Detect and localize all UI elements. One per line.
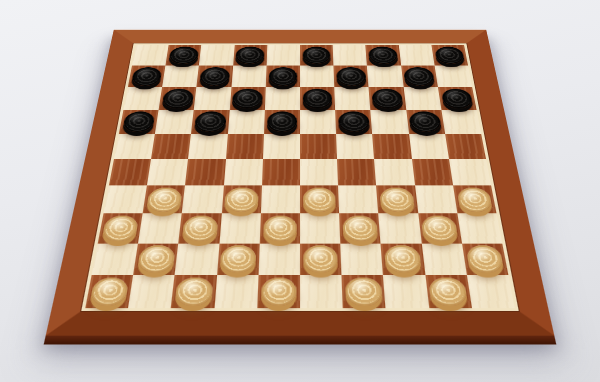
light-square: [261, 186, 300, 214]
light-square: [162, 66, 199, 88]
black-piece[interactable]: ⛂: [441, 89, 474, 108]
light-square: [338, 186, 378, 214]
square-39[interactable]: ⛀: [339, 214, 381, 244]
square-22[interactable]: [226, 134, 264, 159]
light-square: [379, 214, 422, 244]
square-24[interactable]: [372, 134, 411, 159]
white-piece[interactable]: ⛀: [384, 246, 421, 273]
black-piece[interactable]: ⛂: [338, 112, 370, 132]
square-41[interactable]: ⛀: [133, 243, 178, 274]
light-square: [128, 275, 175, 308]
square-18[interactable]: ⛂: [264, 110, 300, 134]
perspective-scene: ⛂⛂⛂⛂⛂⛂⛂⛂⛂⛂⛂⛂⛂⛂⛂⛂⛂⛂⛂⛂⛀⛀⛀⛀⛀⛀⛀⛀⛀⛀⛀⛀⛀⛀⛀⛀⛀⛀⛀⛀: [0, 0, 600, 382]
light-square: [188, 134, 227, 159]
light-square: [300, 110, 336, 134]
black-piece[interactable]: ⛂: [409, 112, 442, 132]
light-square: [434, 66, 472, 88]
square-4[interactable]: ⛂: [366, 45, 401, 66]
light-square: [132, 45, 169, 66]
square-48[interactable]: ⛀: [257, 275, 300, 308]
black-piece[interactable]: ⛂: [267, 112, 298, 132]
black-piece[interactable]: ⛂: [162, 89, 194, 108]
light-square: [409, 134, 449, 159]
light-square: [334, 87, 370, 110]
light-square: [147, 159, 188, 186]
white-piece[interactable]: ⛀: [263, 216, 297, 241]
black-piece[interactable]: ⛂: [336, 67, 366, 85]
light-square: [194, 87, 231, 110]
square-7[interactable]: ⛂: [197, 66, 233, 88]
square-31[interactable]: ⛀: [143, 186, 186, 214]
square-40[interactable]: ⛀: [418, 214, 462, 244]
square-49[interactable]: ⛀: [342, 275, 386, 308]
square-23[interactable]: [300, 134, 337, 159]
light-square: [449, 159, 491, 186]
black-piece[interactable]: ⛂: [199, 67, 230, 85]
square-32[interactable]: ⛀: [221, 186, 261, 214]
white-piece[interactable]: ⛀: [175, 277, 214, 305]
square-47[interactable]: ⛀: [171, 275, 217, 308]
black-piece[interactable]: ⛂: [303, 89, 333, 108]
black-piece[interactable]: ⛂: [404, 67, 435, 85]
light-square: [300, 159, 338, 186]
square-30[interactable]: [412, 159, 453, 186]
square-15[interactable]: ⛂: [438, 87, 477, 110]
light-square: [138, 214, 182, 244]
square-26[interactable]: [109, 159, 151, 186]
square-13[interactable]: ⛂: [300, 87, 335, 110]
light-square: [367, 66, 403, 88]
light-square: [300, 214, 340, 244]
black-piece[interactable]: ⛂: [131, 67, 163, 85]
light-square: [371, 110, 409, 134]
square-38[interactable]: ⛀: [260, 214, 300, 244]
white-piece[interactable]: ⛀: [421, 216, 458, 241]
square-35[interactable]: ⛀: [453, 186, 497, 214]
square-16[interactable]: ⛂: [119, 110, 159, 134]
black-piece[interactable]: ⛂: [194, 112, 226, 132]
square-25[interactable]: [445, 134, 486, 159]
square-19[interactable]: ⛂: [335, 110, 372, 134]
draughts-board: ⛂⛂⛂⛂⛂⛂⛂⛂⛂⛂⛂⛂⛂⛂⛂⛂⛂⛂⛂⛂⛀⛀⛀⛀⛀⛀⛀⛀⛀⛀⛀⛀⛀⛀⛀⛀⛀⛀⛀⛀: [46, 30, 555, 336]
white-piece[interactable]: ⛀: [182, 216, 218, 241]
light-square: [300, 275, 343, 308]
light-square: [336, 134, 374, 159]
white-piece[interactable]: ⛀: [465, 246, 505, 273]
square-20[interactable]: ⛂: [406, 110, 445, 134]
white-piece[interactable]: ⛀: [303, 246, 338, 273]
white-piece[interactable]: ⛀: [146, 188, 182, 212]
black-piece[interactable]: ⛂: [372, 89, 403, 108]
square-44[interactable]: ⛀: [381, 243, 425, 274]
light-square: [421, 243, 466, 274]
square-2[interactable]: ⛂: [233, 45, 267, 66]
square-45[interactable]: ⛀: [462, 243, 509, 274]
white-piece[interactable]: ⛀: [225, 188, 259, 212]
black-piece[interactable]: ⛂: [232, 89, 263, 108]
square-6[interactable]: ⛂: [128, 66, 166, 88]
square-37[interactable]: ⛀: [179, 214, 222, 244]
light-square: [383, 275, 429, 308]
white-piece[interactable]: ⛀: [137, 246, 175, 273]
light-square: [403, 87, 441, 110]
square-50[interactable]: ⛀: [425, 275, 472, 308]
black-piece[interactable]: ⛂: [434, 47, 465, 64]
square-42[interactable]: ⛀: [217, 243, 260, 274]
light-square: [457, 214, 502, 244]
light-square: [175, 243, 219, 274]
white-piece[interactable]: ⛀: [456, 188, 493, 212]
square-34[interactable]: ⛀: [376, 186, 417, 214]
square-27[interactable]: [185, 159, 225, 186]
black-piece[interactable]: ⛂: [168, 47, 199, 64]
black-piece[interactable]: ⛂: [235, 47, 264, 64]
black-piece[interactable]: ⛂: [302, 47, 331, 64]
light-square: [199, 45, 234, 66]
light-square: [228, 110, 265, 134]
light-square: [103, 186, 147, 214]
light-square: [258, 243, 300, 274]
square-21[interactable]: [151, 134, 191, 159]
square-17[interactable]: ⛂: [191, 110, 229, 134]
square-10[interactable]: ⛂: [401, 66, 438, 88]
photo-background: ⛂⛂⛂⛂⛂⛂⛂⛂⛂⛂⛂⛂⛂⛂⛂⛂⛂⛂⛂⛂⛀⛀⛀⛀⛀⛀⛀⛀⛀⛀⛀⛀⛀⛀⛀⛀⛀⛀⛀⛀…: [0, 0, 600, 382]
square-9[interactable]: ⛂: [334, 66, 369, 88]
square-36[interactable]: ⛀: [98, 214, 143, 244]
light-square: [398, 45, 434, 66]
black-piece[interactable]: ⛂: [268, 67, 297, 85]
light-square: [467, 275, 515, 308]
light-square: [263, 134, 300, 159]
square-5[interactable]: ⛂: [431, 45, 468, 66]
light-square: [182, 186, 223, 214]
light-square: [340, 243, 383, 274]
square-33[interactable]: ⛀: [300, 186, 339, 214]
square-28[interactable]: [262, 159, 300, 186]
black-piece[interactable]: ⛂: [122, 112, 156, 132]
white-piece[interactable]: ⛀: [342, 216, 377, 241]
white-piece[interactable]: ⛀: [379, 188, 414, 212]
square-43[interactable]: ⛀: [300, 243, 342, 274]
white-piece[interactable]: ⛀: [428, 277, 468, 305]
black-piece[interactable]: ⛂: [368, 47, 398, 64]
white-piece[interactable]: ⛀: [303, 188, 336, 212]
light-square: [374, 159, 414, 186]
board-grid: ⛂⛂⛂⛂⛂⛂⛂⛂⛂⛂⛂⛂⛂⛂⛂⛂⛂⛂⛂⛂⛀⛀⛀⛀⛀⛀⛀⛀⛀⛀⛀⛀⛀⛀⛀⛀⛀⛀⛀⛀: [85, 45, 514, 308]
light-square: [214, 275, 258, 308]
light-square: [266, 45, 300, 66]
light-square: [123, 87, 162, 110]
square-46[interactable]: ⛀: [85, 275, 133, 308]
white-piece[interactable]: ⛀: [89, 277, 130, 305]
light-square: [219, 214, 261, 244]
white-piece[interactable]: ⛀: [220, 246, 256, 273]
light-square: [155, 110, 194, 134]
light-square: [231, 66, 266, 88]
white-piece[interactable]: ⛀: [345, 277, 383, 305]
square-14[interactable]: ⛂: [369, 87, 406, 110]
square-1[interactable]: ⛂: [166, 45, 202, 66]
light-square: [265, 87, 300, 110]
square-29[interactable]: [337, 159, 376, 186]
light-square: [114, 134, 155, 159]
light-square: [333, 45, 367, 66]
light-square: [300, 66, 334, 88]
white-piece[interactable]: ⛀: [260, 277, 296, 305]
light-square: [415, 186, 458, 214]
white-piece[interactable]: ⛀: [101, 216, 139, 241]
square-12[interactable]: ⛂: [229, 87, 265, 110]
light-square: [441, 110, 481, 134]
square-8[interactable]: ⛂: [266, 66, 300, 88]
square-11[interactable]: ⛂: [159, 87, 197, 110]
light-square: [224, 159, 263, 186]
light-square: [92, 243, 138, 274]
board-edge: [44, 336, 557, 345]
square-3[interactable]: ⛂: [300, 45, 334, 66]
